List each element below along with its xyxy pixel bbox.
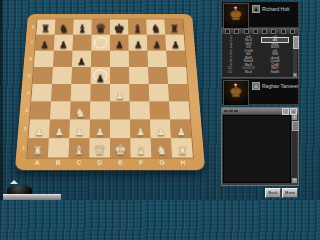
square-a6[interactable] [34,51,54,67]
console-title-marks [224,110,238,112]
square-f3[interactable] [130,101,150,119]
square-a3[interactable] [30,101,51,119]
white-knight[interactable]: ♞ [70,107,90,119]
black-knight[interactable]: ♞ [147,23,165,34]
square-g3[interactable] [149,101,170,119]
square-h8[interactable]: ♜ [164,19,183,34]
black-knight[interactable]: ♞ [55,23,73,34]
square-b2[interactable]: ♟ [49,119,70,138]
white-pawn[interactable]: ♟ [69,127,89,137]
square-g5[interactable] [148,67,168,84]
file-label-b: B [47,159,68,165]
file-label-g: G [151,159,172,165]
move-list-scroll-down-icon[interactable]: ▼ [293,73,297,77]
square-h6[interactable] [166,51,186,67]
square-g1[interactable]: ♞ [151,138,172,157]
square-c2[interactable]: ♟ [69,119,90,138]
white-pawn[interactable]: ♟ [29,127,49,137]
square-c6[interactable]: ♟ [72,51,91,67]
console-scroll-up-icon[interactable]: ▲ [292,115,297,120]
square-b3[interactable] [50,101,71,119]
white-bishop[interactable]: ♝ [131,144,152,156]
file-label-f: F [131,159,152,165]
console-output [223,115,291,183]
square-f6[interactable] [129,51,148,67]
console-scroll-thumb[interactable] [292,121,299,131]
board-squares: ♜♞♝♛♚♝♞♜♟♟♟♟♟♟♟♟♟♞♟♟♟♟♟♟♟♜♝♛♚♝♞♜ [27,19,193,157]
white-player-name: Raghav Tanveer [262,83,298,89]
black-pawn[interactable]: ♟ [110,41,129,50]
square-f8[interactable]: ♝ [128,19,147,34]
square-d4[interactable] [90,84,110,101]
chess-board-area: 87654321 ♜♞♝♛♚♝♞♜♟♟♟♟♟♟♟♟♟♞♟♟♟♟♟♟♟♜♝♛♚♝♞… [2,14,214,184]
white-player-avatar: ✦ ♚ [223,80,249,106]
square-h2[interactable]: ♟ [170,119,191,138]
black-rook[interactable]: ♜ [36,24,54,34]
square-d5[interactable]: ♟ [91,67,110,84]
square-b8[interactable]: ♞ [55,19,74,34]
black-pawn[interactable]: ♟ [166,41,185,50]
file-labels: ABCDEFGH [27,159,194,165]
square-d6[interactable] [91,51,110,67]
black-pawn[interactable]: ♟ [147,41,166,50]
console-close-button[interactable]: x [290,108,297,115]
square-d1[interactable]: ♛ [89,138,110,157]
file-label-d: D [89,159,110,165]
square-b7[interactable]: ♟ [54,35,73,51]
move-list-scrollbar[interactable]: ▼ [293,35,297,77]
white-pawn[interactable]: ♟ [49,127,69,137]
square-b5[interactable] [52,67,72,84]
square-c1[interactable]: ♝ [69,138,90,157]
white-rook[interactable]: ♜ [172,145,193,156]
black-side-icon: ♟ [252,5,260,13]
move-list-toolbar-icon[interactable] [253,29,258,34]
square-a5[interactable] [33,67,53,84]
last-move-ring [94,37,108,49]
white-side-icon: ♙ [252,82,260,90]
white-pawn[interactable]: ♟ [90,127,110,137]
black-bishop[interactable]: ♝ [128,23,146,34]
captured-piece-tray[interactable] [3,194,61,200]
square-f1[interactable]: ♝ [130,138,151,157]
square-e2[interactable] [110,119,130,138]
white-knight[interactable]: ♞ [151,144,172,156]
square-h3[interactable] [169,101,190,119]
square-e6[interactable] [110,51,129,67]
avatar-chess-piece-icon: ♚ [224,84,248,99]
console-scroll-down-icon[interactable]: ▼ [292,178,297,183]
white-pawn[interactable]: ♟ [171,127,191,137]
square-d8[interactable]: ♛ [92,19,110,34]
white-bishop[interactable]: ♝ [69,144,90,156]
square-a2[interactable]: ♟ [29,119,50,138]
white-pawn[interactable]: ♟ [110,91,130,101]
square-c3[interactable]: ♞ [70,101,90,119]
white-king[interactable]: ♚ [110,143,131,157]
console-panel: - x ▲ ▼ [221,107,299,186]
square-g7[interactable]: ♟ [147,35,166,51]
white-rook[interactable]: ♜ [27,145,48,156]
black-player-avatar: ✦ ♚ [223,3,249,29]
square-c8[interactable]: ♝ [73,19,92,34]
black-pawn[interactable]: ♟ [129,41,148,50]
square-g8[interactable]: ♞ [146,19,165,34]
black-queen[interactable]: ♛ [92,22,110,35]
square-g6[interactable] [147,51,167,67]
square-e8[interactable]: ♚ [110,19,128,34]
console-title-bar[interactable]: - x [222,108,298,114]
square-h1[interactable]: ♜ [171,138,193,157]
black-pawn[interactable]: ♟ [72,57,91,67]
square-e7[interactable]: ♟ [110,35,129,51]
square-a8[interactable]: ♜ [36,19,55,34]
square-g2[interactable]: ♟ [150,119,171,138]
square-e3[interactable] [110,101,130,119]
back-button[interactable]: Back [265,188,281,198]
move-list-panel: 1.e4c62.Nc3d53.Nf3Bg44.h3Bxf35.Qxf3e66.d… [221,28,299,78]
square-d7[interactable] [91,35,110,51]
square-d3[interactable] [90,101,110,119]
move-list-rows[interactable]: 1.e4c62.Nc3d53.Nf3Bg44.h3Bxf35.Qxf3e66.d… [222,34,298,73]
square-a7[interactable]: ♟ [35,35,55,51]
move-button[interactable]: Move [282,188,298,198]
chess-board: 87654321 ♜♞♝♛♚♝♞♜♟♟♟♟♟♟♟♟♟♞♟♟♟♟♟♟♟♜♝♛♚♝♞… [15,14,205,170]
console-scrollbar[interactable]: ▲ ▼ [292,115,297,183]
tray-expand-arrow-icon[interactable] [10,180,18,184]
black-pawn[interactable]: ♟ [35,41,54,50]
white-queen[interactable]: ♛ [89,143,110,157]
square-f2[interactable]: ♟ [130,119,151,138]
square-f4[interactable] [129,84,149,101]
square-e1[interactable]: ♚ [110,138,131,157]
square-a1[interactable]: ♜ [27,138,49,157]
move-list-toolbar-icon[interactable] [281,29,286,34]
square-d2[interactable]: ♟ [90,119,110,138]
square-b1[interactable] [48,138,69,157]
square-g4[interactable] [149,84,169,101]
move-list-toolbar-icon[interactable] [290,29,295,34]
square-f5[interactable] [129,67,149,84]
white-pawn[interactable]: ♟ [151,127,171,137]
player-panel-black: ✦ ♚ ♟ Richard Holt [221,1,299,28]
move-list-scroll-thumb[interactable] [293,36,299,49]
file-label-a: A [27,159,48,165]
move-list-toolbar-icon[interactable] [234,29,239,34]
square-h7[interactable]: ♟ [165,35,185,51]
square-e5[interactable] [110,67,129,84]
file-label-h: H [172,159,193,165]
square-h5[interactable] [167,67,187,84]
square-c7[interactable] [73,35,92,51]
black-king[interactable]: ♚ [110,22,128,35]
square-b6[interactable] [53,51,73,67]
square-c4[interactable] [71,84,91,101]
black-pawn[interactable]: ♟ [91,74,110,84]
square-c5[interactable] [71,67,91,84]
black-bishop[interactable]: ♝ [73,23,91,34]
console-minimize-button[interactable]: - [282,108,289,115]
black-rook[interactable]: ♜ [165,24,183,34]
square-a4[interactable] [31,84,52,101]
square-h4[interactable] [168,84,189,101]
file-label-c: C [68,159,89,165]
white-pawn[interactable]: ♟ [130,127,150,137]
black-player-name: Richard Holt [262,6,290,12]
player-panel-white: ✦ ♚ ♙ Raghav Tanveer [221,78,299,105]
avatar-chess-piece-icon: ♚ [224,7,248,22]
square-f7[interactable]: ♟ [128,35,147,51]
square-e4[interactable]: ♟ [110,84,130,101]
file-label-e: E [110,159,131,165]
move-list-toolbar-icon[interactable] [262,29,267,34]
black-pawn[interactable]: ♟ [54,41,73,50]
square-b4[interactable] [51,84,71,101]
